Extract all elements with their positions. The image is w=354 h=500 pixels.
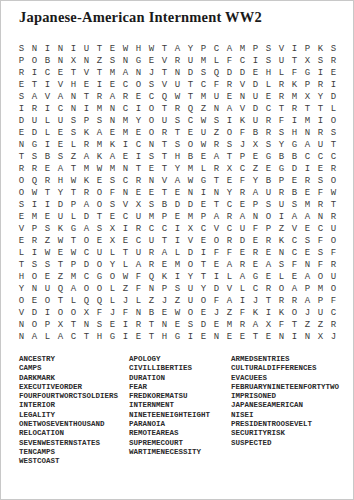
grid-cell[interactable]: N [145,175,158,187]
grid-cell[interactable]: T [249,331,262,343]
grid-cell[interactable]: M [197,55,210,67]
grid-cell[interactable]: K [93,151,106,163]
grid-cell[interactable]: S [327,43,340,55]
grid-cell[interactable]: N [106,103,119,115]
grid-cell[interactable]: G [132,55,145,67]
grid-cell[interactable]: S [262,55,275,67]
grid-cell[interactable]: D [15,115,28,127]
grid-cell[interactable]: D [249,103,262,115]
grid-cell[interactable]: A [210,211,223,223]
grid-cell[interactable]: F [210,247,223,259]
grid-cell[interactable]: E [145,55,158,67]
grid-cell[interactable]: I [80,103,93,115]
grid-cell[interactable]: C [249,283,262,295]
grid-cell[interactable]: C [288,247,301,259]
grid-cell[interactable]: E [197,235,210,247]
grid-cell[interactable]: R [171,103,184,115]
grid-cell[interactable]: P [262,223,275,235]
grid-cell[interactable]: F [132,271,145,283]
grid-cell[interactable]: Y [275,139,288,151]
grid-cell[interactable]: M [106,67,119,79]
grid-cell[interactable]: I [41,43,54,55]
grid-cell[interactable]: C [197,223,210,235]
grid-cell[interactable]: A [54,163,67,175]
grid-cell[interactable]: S [106,55,119,67]
grid-cell[interactable]: V [15,223,28,235]
grid-cell[interactable]: N [15,319,28,331]
grid-cell[interactable]: N [171,67,184,79]
grid-cell[interactable]: O [184,139,197,151]
grid-cell[interactable]: M [93,103,106,115]
grid-cell[interactable]: C [184,115,197,127]
grid-cell[interactable]: O [132,79,145,91]
grid-cell[interactable]: L [236,283,249,295]
grid-cell[interactable]: T [275,103,288,115]
grid-cell[interactable]: M [301,115,314,127]
grid-cell[interactable]: S [15,91,28,103]
grid-cell[interactable]: B [288,151,301,163]
grid-cell[interactable]: F [288,67,301,79]
grid-cell[interactable]: F [93,307,106,319]
grid-cell[interactable]: D [184,247,197,259]
grid-cell[interactable]: P [249,199,262,211]
grid-cell[interactable]: U [327,271,340,283]
grid-cell[interactable]: E [197,151,210,163]
grid-cell[interactable]: U [275,199,288,211]
grid-cell[interactable]: M [119,127,132,139]
grid-cell[interactable]: R [314,199,327,211]
grid-cell[interactable]: O [93,283,106,295]
grid-cell[interactable]: A [80,199,93,211]
grid-cell[interactable]: J [106,307,119,319]
grid-cell[interactable]: M [223,319,236,331]
grid-cell[interactable]: Y [132,115,145,127]
grid-cell[interactable]: U [132,247,145,259]
grid-cell[interactable]: O [275,283,288,295]
grid-cell[interactable]: G [171,331,184,343]
grid-cell[interactable]: Y [54,187,67,199]
grid-cell[interactable]: C [301,151,314,163]
grid-cell[interactable]: I [327,79,340,91]
grid-cell[interactable]: S [171,139,184,151]
grid-cell[interactable]: T [158,235,171,247]
grid-cell[interactable]: P [158,283,171,295]
grid-cell[interactable]: X [262,319,275,331]
grid-cell[interactable]: R [262,235,275,247]
grid-cell[interactable]: N [301,127,314,139]
grid-cell[interactable]: X [54,319,67,331]
grid-cell[interactable]: I [119,331,132,343]
grid-cell[interactable]: F [314,259,327,271]
grid-cell[interactable]: E [54,139,67,151]
grid-cell[interactable]: S [93,319,106,331]
grid-cell[interactable]: A [80,151,93,163]
grid-cell[interactable]: E [41,211,54,223]
grid-cell[interactable]: X [184,223,197,235]
grid-cell[interactable]: A [171,175,184,187]
grid-cell[interactable]: T [80,91,93,103]
grid-cell[interactable]: Y [314,91,327,103]
grid-cell[interactable]: E [327,67,340,79]
grid-cell[interactable]: X [67,55,80,67]
grid-cell[interactable]: L [171,247,184,259]
grid-cell[interactable]: H [67,79,80,91]
grid-cell[interactable]: N [236,91,249,103]
grid-cell[interactable]: T [145,331,158,343]
grid-cell[interactable]: D [236,67,249,79]
grid-cell[interactable]: R [132,175,145,187]
grid-cell[interactable]: P [301,283,314,295]
grid-cell[interactable]: Q [145,271,158,283]
grid-cell[interactable]: S [93,115,106,127]
grid-cell[interactable]: R [275,91,288,103]
grid-cell[interactable]: T [54,259,67,271]
grid-cell[interactable]: N [80,55,93,67]
grid-cell[interactable]: R [171,55,184,67]
grid-cell[interactable]: F [210,79,223,91]
grid-cell[interactable]: W [171,307,184,319]
grid-cell[interactable]: I [301,163,314,175]
grid-cell[interactable]: T [15,259,28,271]
grid-cell[interactable]: U [210,91,223,103]
grid-cell[interactable]: I [28,67,41,79]
grid-cell[interactable]: A [236,271,249,283]
grid-cell[interactable]: S [262,43,275,55]
grid-cell[interactable]: U [275,55,288,67]
grid-cell[interactable]: Z [67,151,80,163]
grid-cell[interactable]: B [158,199,171,211]
grid-cell[interactable]: R [28,163,41,175]
grid-cell[interactable]: A [132,259,145,271]
grid-cell[interactable]: B [41,151,54,163]
grid-cell[interactable]: R [327,319,340,331]
grid-cell[interactable]: L [210,55,223,67]
grid-cell[interactable]: E [236,247,249,259]
grid-cell[interactable]: H [262,67,275,79]
grid-cell[interactable]: U [158,115,171,127]
grid-cell[interactable]: T [327,199,340,211]
grid-cell[interactable]: P [275,175,288,187]
grid-cell[interactable]: R [223,235,236,247]
grid-cell[interactable]: A [106,91,119,103]
grid-cell[interactable]: A [301,295,314,307]
grid-cell[interactable]: R [210,163,223,175]
grid-cell[interactable]: C [288,235,301,247]
grid-cell[interactable]: G [275,163,288,175]
grid-cell[interactable]: H [15,271,28,283]
grid-cell[interactable]: O [184,307,197,319]
grid-cell[interactable]: D [171,199,184,211]
grid-cell[interactable]: F [314,187,327,199]
grid-cell[interactable]: R [236,259,249,271]
grid-cell[interactable]: M [145,211,158,223]
grid-cell[interactable]: N [28,283,41,295]
grid-cell[interactable]: O [106,271,119,283]
grid-cell[interactable]: U [93,247,106,259]
grid-cell[interactable]: H [158,331,171,343]
grid-cell[interactable]: F [210,295,223,307]
grid-cell[interactable]: E [15,235,28,247]
grid-cell[interactable]: U [54,115,67,127]
grid-cell[interactable]: A [54,331,67,343]
grid-cell[interactable]: W [145,43,158,55]
grid-cell[interactable]: X [80,307,93,319]
grid-cell[interactable]: C [158,223,171,235]
grid-cell[interactable]: E [236,331,249,343]
grid-cell[interactable]: D [184,67,197,79]
grid-cell[interactable]: L [41,127,54,139]
grid-cell[interactable]: M [288,91,301,103]
grid-cell[interactable]: E [314,163,327,175]
grid-cell[interactable]: O [67,307,80,319]
grid-cell[interactable]: F [327,295,340,307]
grid-cell[interactable]: F [314,235,327,247]
grid-cell[interactable]: G [249,271,262,283]
grid-cell[interactable]: E [249,259,262,271]
grid-cell[interactable]: N [158,319,171,331]
grid-cell[interactable]: Z [197,103,210,115]
grid-cell[interactable]: D [80,211,93,223]
grid-cell[interactable]: N [15,139,28,151]
grid-cell[interactable]: I [314,115,327,127]
grid-cell[interactable]: M [171,259,184,271]
grid-cell[interactable]: E [223,331,236,343]
grid-cell[interactable]: N [275,331,288,343]
grid-cell[interactable]: L [15,247,28,259]
grid-cell[interactable]: T [67,319,80,331]
grid-cell[interactable]: T [184,91,197,103]
grid-cell[interactable]: N [106,115,119,127]
grid-cell[interactable]: E [262,271,275,283]
grid-cell[interactable]: T [158,151,171,163]
grid-cell[interactable]: P [80,115,93,127]
grid-cell[interactable]: R [236,319,249,331]
grid-cell[interactable]: C [262,103,275,115]
grid-cell[interactable]: V [15,307,28,319]
grid-cell[interactable]: O [223,127,236,139]
grid-cell[interactable]: A [158,247,171,259]
grid-cell[interactable]: R [223,79,236,91]
grid-cell[interactable]: E [28,295,41,307]
grid-cell[interactable]: W [197,139,210,151]
grid-cell[interactable]: E [262,247,275,259]
grid-cell[interactable]: I [132,103,145,115]
grid-cell[interactable]: U [249,91,262,103]
grid-cell[interactable]: E [106,211,119,223]
grid-cell[interactable]: K [106,139,119,151]
grid-cell[interactable]: C [314,151,327,163]
grid-cell[interactable]: T [158,103,171,115]
grid-cell[interactable]: Z [119,283,132,295]
grid-cell[interactable]: U [262,187,275,199]
grid-cell[interactable]: E [132,127,145,139]
grid-cell[interactable]: T [327,139,340,151]
grid-cell[interactable]: Q [80,295,93,307]
grid-cell[interactable]: U [184,295,197,307]
grid-cell[interactable]: A [93,127,106,139]
grid-cell[interactable]: B [262,175,275,187]
grid-cell[interactable]: Y [184,43,197,55]
grid-cell[interactable]: Q [54,283,67,295]
grid-cell[interactable]: S [301,235,314,247]
grid-cell[interactable]: E [249,235,262,247]
grid-cell[interactable]: E [301,247,314,259]
grid-cell[interactable]: I [262,307,275,319]
grid-cell[interactable]: P [249,43,262,55]
grid-cell[interactable]: L [41,331,54,343]
grid-cell[interactable]: S [314,247,327,259]
grid-cell[interactable]: K [80,127,93,139]
grid-cell[interactable]: C [132,139,145,151]
grid-cell[interactable]: C [223,223,236,235]
grid-cell[interactable]: V [223,283,236,295]
grid-cell[interactable]: N [301,331,314,343]
grid-cell[interactable]: F [119,307,132,319]
grid-cell[interactable]: O [145,103,158,115]
grid-cell[interactable]: K [314,43,327,55]
grid-cell[interactable]: T [80,331,93,343]
grid-cell[interactable]: A [223,103,236,115]
grid-cell[interactable]: T [197,271,210,283]
grid-cell[interactable]: S [41,223,54,235]
grid-cell[interactable]: F [236,175,249,187]
grid-cell[interactable]: I [288,43,301,55]
grid-cell[interactable]: D [249,79,262,91]
grid-cell[interactable]: C [67,331,80,343]
grid-cell[interactable]: E [54,127,67,139]
grid-cell[interactable]: E [41,163,54,175]
grid-cell[interactable]: C [145,91,158,103]
grid-cell[interactable]: E [106,79,119,91]
grid-cell[interactable]: W [67,175,80,187]
grid-cell[interactable]: G [93,271,106,283]
grid-cell[interactable]: A [288,283,301,295]
grid-cell[interactable]: R [327,211,340,223]
grid-cell[interactable]: F [236,307,249,319]
grid-cell[interactable]: Y [184,271,197,283]
grid-cell[interactable]: V [275,43,288,55]
grid-cell[interactable]: I [67,43,80,55]
grid-cell[interactable]: J [210,307,223,319]
grid-cell[interactable]: L [106,247,119,259]
grid-cell[interactable]: S [275,127,288,139]
grid-cell[interactable]: C [210,43,223,55]
grid-cell[interactable]: N [132,67,145,79]
grid-cell[interactable]: P [197,43,210,55]
grid-cell[interactable]: V [80,67,93,79]
grid-cell[interactable]: E [158,259,171,271]
grid-cell[interactable]: U [184,55,197,67]
grid-cell[interactable]: T [93,211,106,223]
grid-cell[interactable]: P [301,43,314,55]
grid-cell[interactable]: T [158,43,171,55]
grid-cell[interactable]: U [80,43,93,55]
grid-cell[interactable]: E [93,235,106,247]
grid-cell[interactable]: U [184,283,197,295]
grid-cell[interactable]: I [288,115,301,127]
grid-cell[interactable]: O [327,175,340,187]
grid-cell[interactable]: S [15,43,28,55]
grid-cell[interactable]: W [54,235,67,247]
grid-cell[interactable]: T [67,187,80,199]
grid-cell[interactable]: E [145,163,158,175]
grid-cell[interactable]: V [158,79,171,91]
grid-cell[interactable]: I [119,139,132,151]
grid-cell[interactable]: A [119,67,132,79]
grid-cell[interactable]: I [28,199,41,211]
grid-cell[interactable]: A [106,151,119,163]
grid-cell[interactable]: E [15,79,28,91]
grid-cell[interactable]: S [171,283,184,295]
grid-cell[interactable]: R [132,319,145,331]
grid-cell[interactable]: H [171,151,184,163]
grid-cell[interactable]: T [262,295,275,307]
grid-cell[interactable]: C [236,163,249,175]
grid-cell[interactable]: T [288,55,301,67]
grid-cell[interactable]: E [197,331,210,343]
grid-cell[interactable]: C [119,103,132,115]
grid-cell[interactable]: K [158,271,171,283]
grid-cell[interactable]: A [67,283,80,295]
grid-cell[interactable]: O [15,187,28,199]
grid-cell[interactable]: C [119,79,132,91]
grid-cell[interactable]: R [210,139,223,151]
grid-cell[interactable]: I [275,211,288,223]
grid-cell[interactable]: E [15,211,28,223]
grid-cell[interactable]: E [171,187,184,199]
grid-cell[interactable]: T [15,151,28,163]
grid-cell[interactable]: S [67,115,80,127]
grid-cell[interactable]: R [327,163,340,175]
grid-cell[interactable]: L [327,103,340,115]
grid-cell[interactable]: O [80,235,93,247]
grid-cell[interactable]: U [197,127,210,139]
grid-cell[interactable]: A [171,43,184,55]
grid-cell[interactable]: F [106,187,119,199]
grid-cell[interactable]: Y [197,283,210,295]
grid-cell[interactable]: C [119,175,132,187]
grid-cell[interactable]: B [288,187,301,199]
grid-cell[interactable]: O [54,307,67,319]
grid-cell[interactable]: V [158,175,171,187]
grid-cell[interactable]: I [41,199,54,211]
grid-cell[interactable]: I [119,319,132,331]
grid-cell[interactable]: F [236,127,249,139]
grid-cell[interactable]: T [197,259,210,271]
grid-cell[interactable]: C [132,235,145,247]
grid-cell[interactable]: E [262,163,275,175]
grid-cell[interactable]: D [80,259,93,271]
grid-cell[interactable]: W [184,175,197,187]
grid-cell[interactable]: E [171,211,184,223]
grid-cell[interactable]: I [171,235,184,247]
grid-cell[interactable]: O [210,235,223,247]
grid-cell[interactable]: A [249,187,262,199]
grid-cell[interactable]: R [275,295,288,307]
grid-cell[interactable]: T [210,175,223,187]
grid-cell[interactable]: T [158,163,171,175]
grid-cell[interactable]: C [145,223,158,235]
grid-cell[interactable]: S [28,259,41,271]
grid-cell[interactable]: Z [41,235,54,247]
grid-cell[interactable]: M [197,91,210,103]
grid-cell[interactable]: U [132,211,145,223]
grid-cell[interactable]: N [132,307,145,319]
grid-cell[interactable]: W [197,115,210,127]
grid-cell[interactable]: W [93,163,106,175]
grid-cell[interactable]: G [106,331,119,343]
grid-cell[interactable]: Y [171,163,184,175]
